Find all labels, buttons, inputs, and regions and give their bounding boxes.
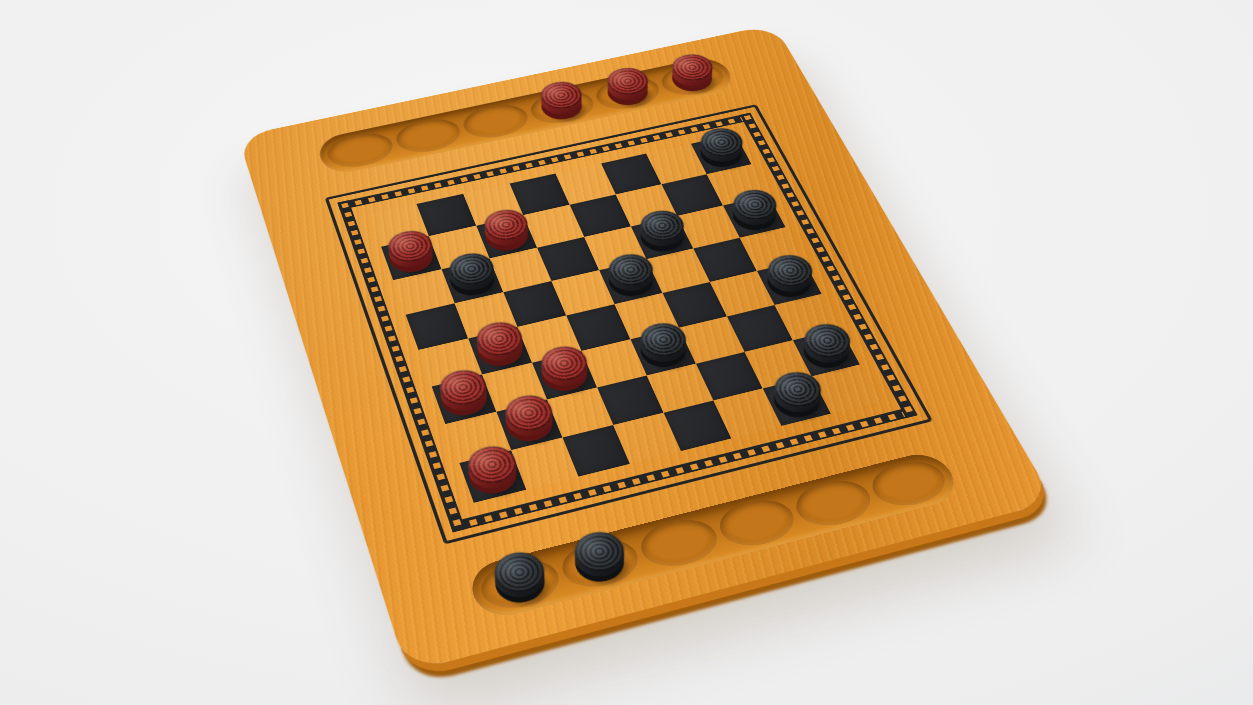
checker-black (569, 539, 630, 588)
tray-slot-6 (863, 455, 954, 513)
tray-slot-6 (655, 59, 730, 100)
checker-black (446, 261, 500, 300)
square-b8 (417, 194, 477, 236)
tray-slot-3 (634, 513, 725, 574)
checker-red (537, 90, 587, 124)
checker-black (489, 559, 550, 609)
tray-slot-1 (323, 128, 398, 172)
checker-red (667, 63, 718, 96)
checker-red (602, 76, 653, 109)
tray-slot-4 (711, 493, 802, 553)
checker-black (761, 263, 817, 302)
tray-slot-2 (555, 533, 646, 595)
scene (0, 0, 1253, 705)
tray-slot-3 (458, 100, 533, 143)
tray-slot-5 (590, 72, 665, 114)
tray-slot-4 (525, 86, 600, 128)
tray-slot-5 (788, 474, 879, 533)
tray-slot-2 (391, 114, 466, 157)
tray-slot-1 (474, 553, 565, 616)
